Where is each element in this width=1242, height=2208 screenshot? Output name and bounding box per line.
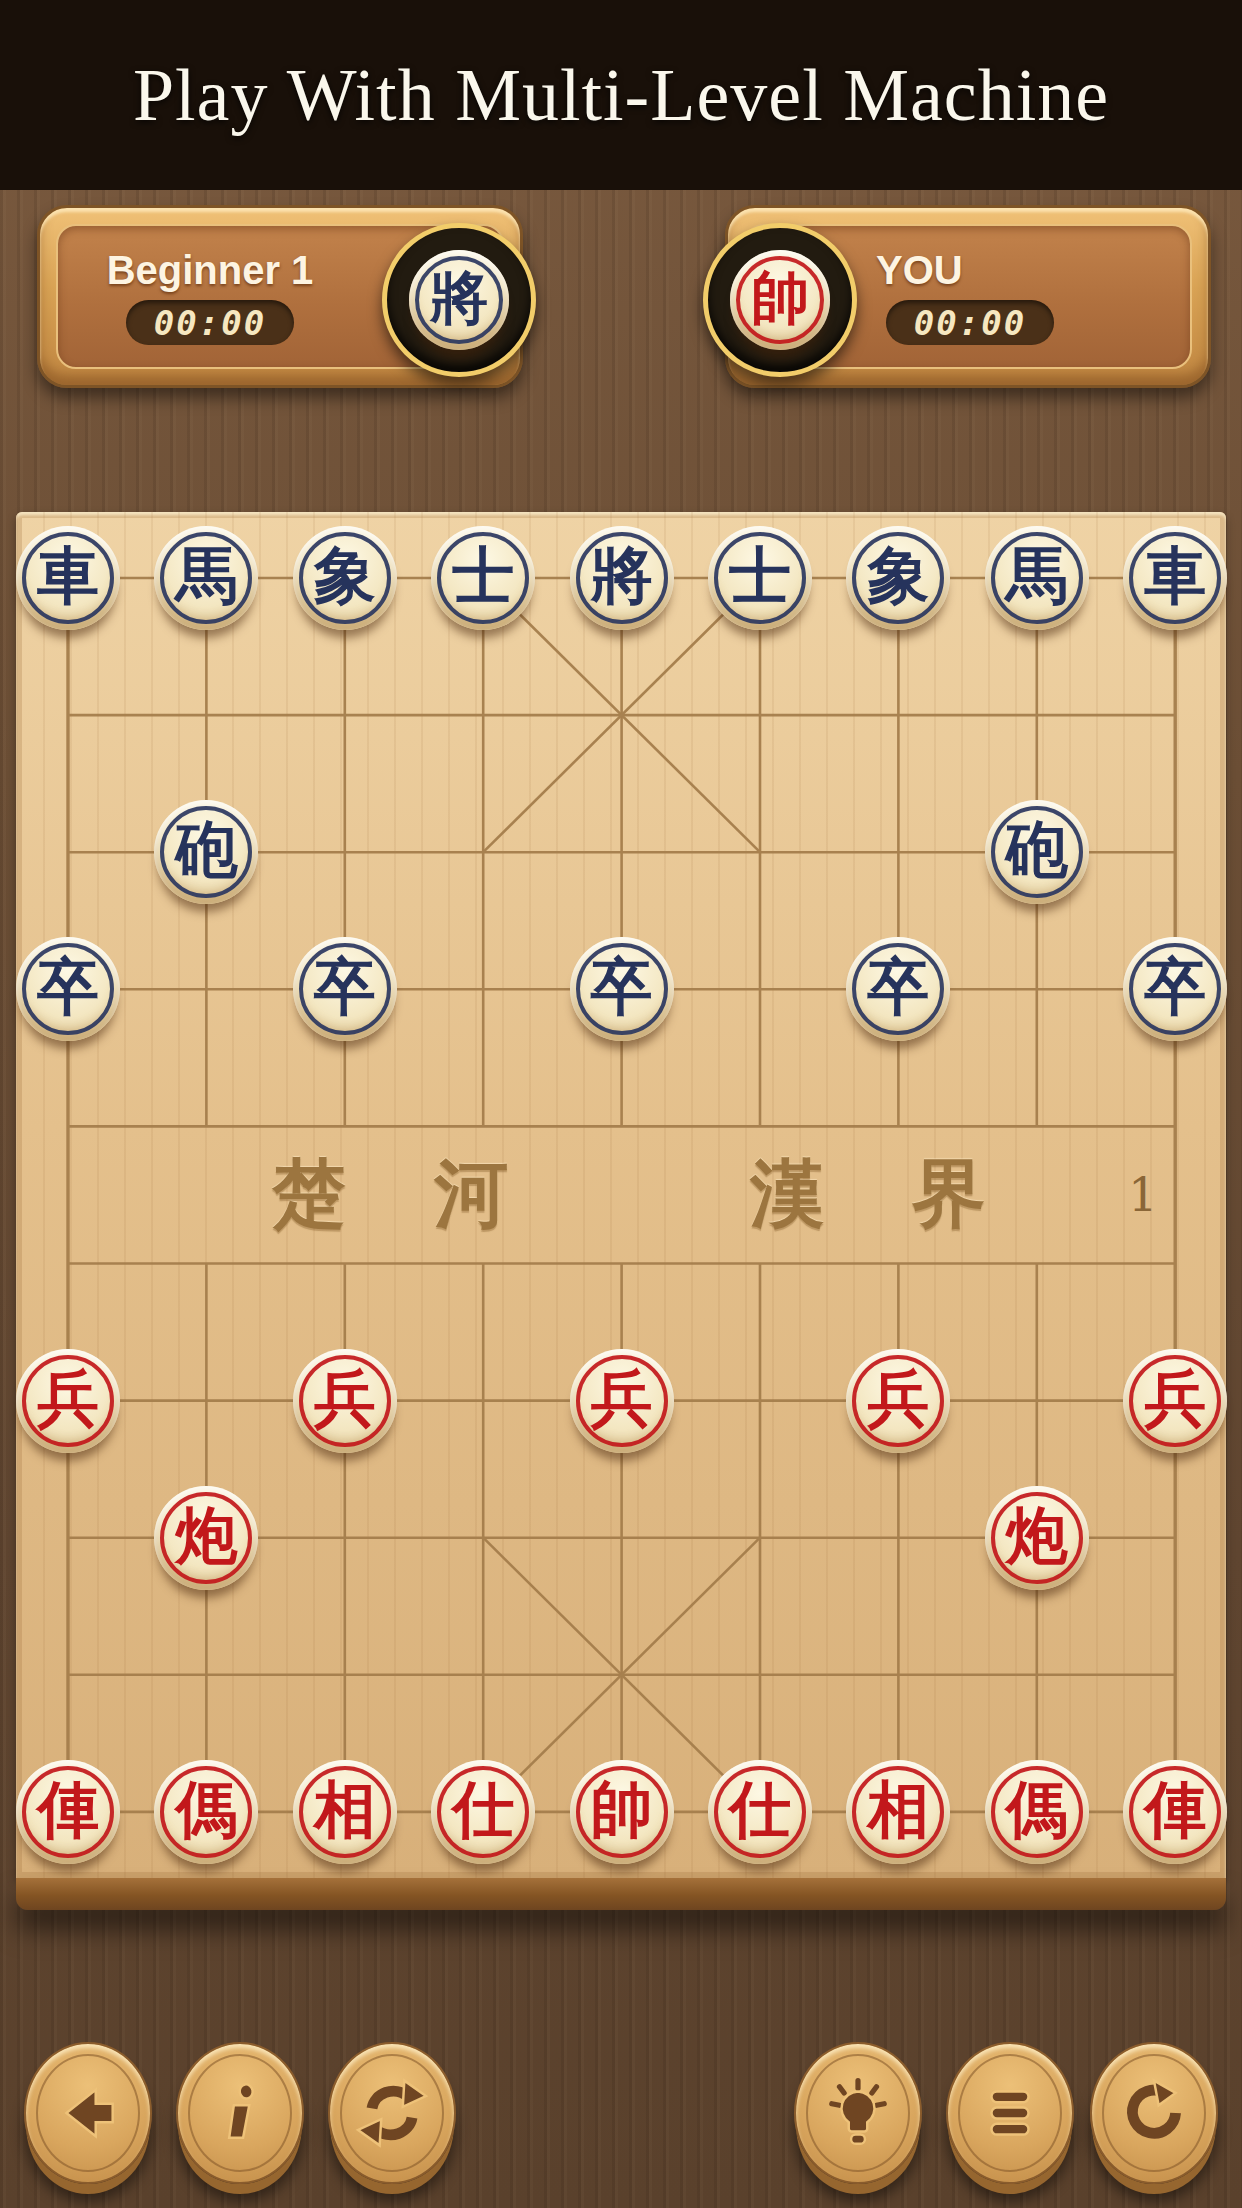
hamburger-icon bbox=[973, 2076, 1047, 2150]
piece-black-horse[interactable]: 馬 bbox=[968, 510, 1106, 647]
piece-black-advisor[interactable]: 士 bbox=[691, 510, 829, 647]
piece-red-chariot[interactable]: 俥 bbox=[1106, 1743, 1242, 1880]
piece-red-horse[interactable]: 傌 bbox=[968, 1743, 1106, 1880]
piece-red-elephant[interactable]: 相 bbox=[276, 1743, 414, 1880]
hint-button[interactable] bbox=[794, 2042, 922, 2184]
piece-red-soldier[interactable]: 兵 bbox=[829, 1332, 967, 1469]
piece-red-elephant[interactable]: 相 bbox=[829, 1743, 967, 1880]
back-button[interactable] bbox=[24, 2042, 152, 2184]
piece-black-chariot[interactable]: 車 bbox=[0, 510, 137, 647]
lightbulb-icon bbox=[821, 2076, 895, 2150]
undo-button[interactable] bbox=[1090, 2042, 1218, 2184]
piece-black-cannon[interactable]: 砲 bbox=[137, 784, 275, 921]
xiangqi-board[interactable]: 楚 河 漢 界 1 車馬象士將士象馬車砲砲卒卒卒卒卒兵兵兵兵兵炮炮俥傌相仕帥仕相… bbox=[16, 512, 1226, 1878]
opponent-timer: 00:00 bbox=[126, 300, 294, 345]
info-button[interactable] bbox=[176, 2042, 304, 2184]
piece-black-soldier[interactable]: 卒 bbox=[552, 921, 690, 1058]
piece-black-advisor[interactable]: 士 bbox=[414, 510, 552, 647]
opponent-card: Beginner 1 00:00 將 bbox=[37, 205, 523, 388]
xiangqi-app-screen: Play With Multi-Level Machine Beginner 1… bbox=[0, 0, 1242, 2208]
piece-black-soldier[interactable]: 卒 bbox=[1106, 921, 1242, 1058]
piece-red-advisor[interactable]: 仕 bbox=[414, 1743, 552, 1880]
you-card: YOU 00:00 帥 bbox=[725, 205, 1211, 388]
piece-black-elephant[interactable]: 象 bbox=[829, 510, 967, 647]
piece-black-chariot[interactable]: 車 bbox=[1106, 510, 1242, 647]
piece-black-horse[interactable]: 馬 bbox=[137, 510, 275, 647]
piece-red-horse[interactable]: 傌 bbox=[137, 1743, 275, 1880]
opponent-name: Beginner 1 bbox=[107, 248, 314, 292]
black-general-badge-icon: 將 bbox=[409, 250, 509, 350]
piece-black-soldier[interactable]: 卒 bbox=[829, 921, 967, 1058]
you-name: YOU bbox=[876, 248, 963, 292]
piece-red-general[interactable]: 帥 bbox=[552, 1743, 690, 1880]
page-title: Play With Multi-Level Machine bbox=[133, 53, 1109, 138]
title-bar: Play With Multi-Level Machine bbox=[0, 0, 1242, 190]
piece-red-soldier[interactable]: 兵 bbox=[0, 1332, 137, 1469]
you-side-badge: 帥 bbox=[703, 223, 857, 377]
piece-red-soldier[interactable]: 兵 bbox=[552, 1332, 690, 1469]
swap-arrows-icon bbox=[355, 2076, 429, 2150]
info-icon bbox=[203, 2076, 277, 2150]
piece-red-soldier[interactable]: 兵 bbox=[1106, 1332, 1242, 1469]
piece-black-cannon[interactable]: 砲 bbox=[968, 784, 1106, 921]
piece-red-soldier[interactable]: 兵 bbox=[276, 1332, 414, 1469]
menu-button[interactable] bbox=[946, 2042, 1074, 2184]
back-arrow-icon bbox=[51, 2076, 125, 2150]
flip-board-button[interactable] bbox=[328, 2042, 456, 2184]
opponent-side-badge: 將 bbox=[382, 223, 536, 377]
opponent-timer-value: 00:00 bbox=[154, 303, 266, 343]
piece-red-chariot[interactable]: 俥 bbox=[0, 1743, 137, 1880]
you-timer: 00:00 bbox=[886, 300, 1054, 345]
pieces-layer: 車馬象士將士象馬車砲砲卒卒卒卒卒兵兵兵兵兵炮炮俥傌相仕帥仕相傌俥 bbox=[0, 510, 1242, 1881]
piece-red-cannon[interactable]: 炮 bbox=[968, 1469, 1106, 1606]
piece-black-elephant[interactable]: 象 bbox=[276, 510, 414, 647]
piece-black-general[interactable]: 將 bbox=[552, 510, 690, 647]
red-general-badge-icon: 帥 bbox=[730, 250, 830, 350]
undo-arrow-icon bbox=[1117, 2076, 1191, 2150]
piece-red-advisor[interactable]: 仕 bbox=[691, 1743, 829, 1880]
piece-red-cannon[interactable]: 炮 bbox=[137, 1469, 275, 1606]
piece-black-soldier[interactable]: 卒 bbox=[0, 921, 137, 1058]
piece-black-soldier[interactable]: 卒 bbox=[276, 921, 414, 1058]
board-base-edge bbox=[16, 1878, 1226, 1910]
you-timer-value: 00:00 bbox=[914, 303, 1026, 343]
